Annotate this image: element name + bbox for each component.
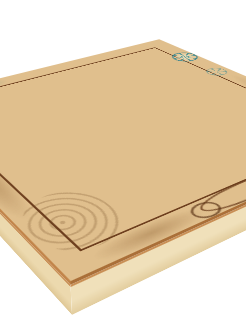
small-compass-rose-icon bbox=[202, 67, 231, 78]
map-art-teal-back bbox=[0, 76, 13, 105]
product-photo-chess-set bbox=[0, 0, 246, 328]
map-art-sepia-left bbox=[0, 143, 45, 225]
map-art-sepia-right bbox=[223, 73, 246, 132]
scene bbox=[0, 0, 246, 328]
compass-rose-icon bbox=[167, 51, 203, 64]
chess-box bbox=[0, 39, 246, 284]
